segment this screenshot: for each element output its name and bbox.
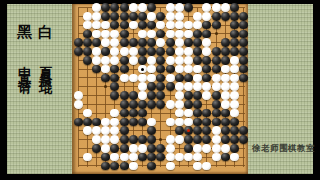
black-stone	[184, 38, 193, 47]
white-stone	[212, 74, 221, 83]
white-stone	[212, 144, 221, 153]
black-stone	[230, 38, 239, 47]
white-stone	[101, 65, 110, 74]
white-stone	[110, 47, 119, 56]
white-stone	[101, 126, 110, 135]
black-stone	[212, 118, 221, 127]
black-stone	[221, 135, 230, 144]
white-stone	[212, 126, 221, 135]
black-stone	[129, 91, 138, 100]
white-stone	[202, 162, 211, 171]
white-stone	[129, 3, 138, 12]
white-stone	[175, 47, 184, 56]
black-stone	[156, 144, 165, 153]
white-stone	[202, 144, 211, 153]
black-stone	[92, 118, 101, 127]
white-stone	[221, 74, 230, 83]
white-stone	[230, 65, 239, 74]
white-stone	[175, 82, 184, 91]
black-stone	[230, 135, 239, 144]
white-stone	[166, 30, 175, 39]
white-label: 白	[38, 24, 53, 39]
black-stone	[110, 82, 119, 91]
black-stone	[83, 118, 92, 127]
black-stone	[129, 109, 138, 118]
black-stone	[120, 38, 129, 47]
white-stone	[184, 30, 193, 39]
white-stone	[147, 65, 156, 74]
black-stone	[221, 118, 230, 127]
white-stone	[193, 162, 202, 171]
white-stone	[129, 144, 138, 153]
white-stone	[221, 144, 230, 153]
black-stone	[101, 153, 110, 162]
black-stone	[156, 74, 165, 83]
white-stone	[202, 91, 211, 100]
black-stone	[101, 3, 110, 12]
white-stone	[166, 12, 175, 21]
white-stone	[138, 82, 147, 91]
white-stone	[129, 56, 138, 65]
white-stone	[166, 21, 175, 30]
black-stone	[184, 74, 193, 83]
white-stone	[101, 118, 110, 127]
black-stone	[230, 21, 239, 30]
black-stone	[212, 91, 221, 100]
black-stone	[230, 30, 239, 39]
white-stone	[175, 109, 184, 118]
black-stone	[239, 65, 248, 74]
black-stone	[138, 12, 147, 21]
black-stone	[138, 153, 147, 162]
black-stone	[202, 30, 211, 39]
black-stone	[110, 74, 119, 83]
white-stone	[175, 38, 184, 47]
white-stone	[184, 65, 193, 74]
white-stone	[147, 118, 156, 127]
white-stone	[184, 21, 193, 30]
white-stone	[129, 162, 138, 171]
white-stone	[175, 3, 184, 12]
white-stone	[147, 30, 156, 39]
black-stone	[138, 21, 147, 30]
black-stone	[101, 162, 110, 171]
black-stone	[221, 126, 230, 135]
black-stone	[230, 12, 239, 21]
white-stone	[175, 100, 184, 109]
white-stone	[110, 30, 119, 39]
black-stone	[83, 56, 92, 65]
white-stone	[212, 135, 221, 144]
black-stone	[120, 30, 129, 39]
go-board[interactable]	[72, 4, 248, 174]
black-stone	[175, 74, 184, 83]
white-stone	[202, 3, 211, 12]
black-stone	[138, 56, 147, 65]
white-stone	[193, 21, 202, 30]
black-stone	[120, 65, 129, 74]
white-stone	[156, 38, 165, 47]
white-stone	[120, 74, 129, 83]
black-stone	[202, 21, 211, 30]
black-label: 黑	[17, 24, 32, 39]
white-stone	[129, 74, 138, 83]
white-stone	[138, 74, 147, 83]
black-stone	[120, 12, 129, 21]
black-stone	[138, 47, 147, 56]
white-stone	[221, 82, 230, 91]
white-stone	[230, 109, 239, 118]
black-stone	[239, 21, 248, 30]
black-stone	[175, 126, 184, 135]
black-stone	[156, 91, 165, 100]
white-stone	[193, 153, 202, 162]
black-stone	[239, 30, 248, 39]
black-stone	[120, 56, 129, 65]
black-stone	[120, 144, 129, 153]
black-stone	[221, 109, 230, 118]
black-stone	[166, 82, 175, 91]
white-stone	[83, 126, 92, 135]
black-stone	[110, 65, 119, 74]
black-stone	[221, 12, 230, 21]
white-stone	[120, 153, 129, 162]
white-stone	[129, 47, 138, 56]
white-stone	[147, 74, 156, 83]
white-stone	[184, 47, 193, 56]
black-stone	[110, 144, 119, 153]
white-stone	[166, 74, 175, 83]
black-stone	[184, 100, 193, 109]
white-stone	[74, 100, 83, 109]
white-stone	[230, 74, 239, 83]
white-stone	[110, 38, 119, 47]
black-stone	[239, 56, 248, 65]
black-stone	[202, 56, 211, 65]
black-stone	[212, 12, 221, 21]
white-stone	[74, 91, 83, 100]
black-stone	[120, 135, 129, 144]
black-stone	[92, 38, 101, 47]
black-stone	[156, 153, 165, 162]
black-stone	[129, 135, 138, 144]
classroom-watermark: 徐老师围棋教室	[252, 143, 315, 155]
black-stone	[147, 3, 156, 12]
black-stone	[230, 3, 239, 12]
white-stone	[193, 12, 202, 21]
white-stone	[175, 135, 184, 144]
black-stone	[129, 12, 138, 21]
black-stone	[239, 38, 248, 47]
white-stone	[101, 38, 110, 47]
black-stone	[230, 118, 239, 127]
white-player-column: 白 夏晨琨	[38, 24, 53, 76]
black-stone	[147, 153, 156, 162]
white-stone	[92, 21, 101, 30]
white-stone	[166, 153, 175, 162]
white-stone	[92, 47, 101, 56]
black-stone	[120, 162, 129, 171]
black-stone	[147, 100, 156, 109]
white-stone	[110, 153, 119, 162]
black-stone	[138, 100, 147, 109]
black-stone	[221, 47, 230, 56]
black-stone	[221, 56, 230, 65]
black-stone	[212, 100, 221, 109]
white-stone	[92, 30, 101, 39]
black-stone	[101, 74, 110, 83]
black-stone	[212, 65, 221, 74]
black-stone	[110, 3, 119, 12]
black-stone	[193, 109, 202, 118]
black-stone	[129, 100, 138, 109]
white-stone	[120, 47, 129, 56]
white-stone	[212, 82, 221, 91]
black-stone	[202, 118, 211, 127]
white-stone	[221, 91, 230, 100]
white-stone	[230, 82, 239, 91]
white-stone	[129, 153, 138, 162]
white-stone	[166, 162, 175, 171]
black-stone	[129, 118, 138, 127]
white-stone	[166, 144, 175, 153]
black-stone	[193, 47, 202, 56]
white-stone	[202, 82, 211, 91]
black-stone	[193, 118, 202, 127]
white-stone	[83, 12, 92, 21]
black-stone	[138, 135, 147, 144]
white-stone	[184, 56, 193, 65]
white-stone	[110, 126, 119, 135]
white-stone	[230, 56, 239, 65]
black-stone	[120, 118, 129, 127]
black-stone	[184, 91, 193, 100]
black-stone	[166, 65, 175, 74]
black-stone	[212, 109, 221, 118]
white-stone	[166, 118, 175, 127]
white-stone	[202, 47, 211, 56]
black-stone	[147, 91, 156, 100]
black-stone	[184, 3, 193, 12]
black-stone	[147, 144, 156, 153]
white-stone	[175, 118, 184, 127]
white-stone	[221, 65, 230, 74]
black-stone	[147, 135, 156, 144]
white-stone	[193, 144, 202, 153]
white-stone	[92, 3, 101, 12]
black-stone	[74, 118, 83, 127]
white-stone	[92, 56, 101, 65]
white-stone	[184, 109, 193, 118]
white-stone	[212, 3, 221, 12]
white-stone	[83, 21, 92, 30]
black-stone	[101, 47, 110, 56]
white-stone	[101, 56, 110, 65]
white-stone	[101, 135, 110, 144]
white-stone	[193, 65, 202, 74]
white-stone	[101, 21, 110, 30]
white-stone	[166, 100, 175, 109]
white-stone	[202, 12, 211, 21]
black-stone	[202, 109, 211, 118]
black-stone	[120, 126, 129, 135]
white-stone	[184, 153, 193, 162]
black-stone	[92, 144, 101, 153]
black-player-name: 申真谞	[18, 55, 32, 76]
black-stone	[129, 38, 138, 47]
star-point	[159, 138, 162, 141]
black-stone	[138, 109, 147, 118]
black-stone	[110, 162, 119, 171]
black-stone	[239, 126, 248, 135]
white-stone	[193, 74, 202, 83]
white-stone	[138, 3, 147, 12]
black-stone	[74, 38, 83, 47]
black-stone	[230, 47, 239, 56]
white-stone	[166, 3, 175, 12]
white-stone	[110, 135, 119, 144]
black-stone	[202, 65, 211, 74]
star-point	[104, 85, 107, 88]
white-stone	[83, 109, 92, 118]
white-stone	[138, 30, 147, 39]
black-stone	[83, 47, 92, 56]
black-stone	[202, 126, 211, 135]
black-stone	[202, 74, 211, 83]
capture-frame: 黑 申真谞 白 夏晨琨 徐老师围棋教室	[0, 0, 320, 180]
black-player-column: 黑 申真谞	[17, 24, 32, 76]
white-stone	[156, 21, 165, 30]
black-stone	[212, 56, 221, 65]
black-stone	[110, 21, 119, 30]
black-stone	[221, 153, 230, 162]
black-stone	[230, 126, 239, 135]
white-stone	[147, 56, 156, 65]
white-stone	[184, 82, 193, 91]
black-stone	[120, 109, 129, 118]
black-stone	[147, 126, 156, 135]
black-stone	[193, 30, 202, 39]
black-stone	[193, 126, 202, 135]
white-stone	[166, 56, 175, 65]
black-stone	[193, 56, 202, 65]
white-player-name: 夏晨琨	[39, 55, 53, 76]
last-move-marker	[141, 68, 144, 71]
white-stone	[138, 144, 147, 153]
black-stone	[193, 100, 202, 109]
white-stone	[110, 56, 119, 65]
white-stone	[175, 91, 184, 100]
black-stone	[110, 91, 119, 100]
black-stone	[166, 38, 175, 47]
black-stone	[156, 65, 165, 74]
white-stone	[221, 100, 230, 109]
black-stone	[147, 82, 156, 91]
black-stone	[156, 47, 165, 56]
black-stone	[147, 162, 156, 171]
white-stone	[138, 91, 147, 100]
white-stone	[230, 153, 239, 162]
white-stone	[166, 135, 175, 144]
black-stone	[74, 47, 83, 56]
black-stone	[239, 135, 248, 144]
black-stone	[239, 47, 248, 56]
white-stone	[175, 153, 184, 162]
black-stone	[83, 38, 92, 47]
black-stone	[120, 100, 129, 109]
black-stone	[110, 12, 119, 21]
black-stone	[138, 118, 147, 127]
white-stone	[101, 144, 110, 153]
black-stone	[166, 47, 175, 56]
white-stone	[175, 12, 184, 21]
black-stone	[193, 38, 202, 47]
white-stone	[221, 3, 230, 12]
black-stone	[239, 74, 248, 83]
black-stone	[156, 12, 165, 21]
white-stone	[175, 30, 184, 39]
white-stone	[230, 100, 239, 109]
black-stone	[230, 144, 239, 153]
white-stone	[193, 82, 202, 91]
white-stone	[175, 65, 184, 74]
white-stone	[110, 118, 119, 127]
black-stone	[120, 3, 129, 12]
black-stone	[156, 82, 165, 91]
black-stone	[156, 56, 165, 65]
black-stone	[184, 144, 193, 153]
white-stone	[92, 12, 101, 21]
black-stone	[83, 30, 92, 39]
black-stone	[212, 47, 221, 56]
white-stone	[175, 56, 184, 65]
white-stone	[212, 153, 221, 162]
black-stone	[147, 21, 156, 30]
white-stone	[92, 135, 101, 144]
black-stone	[193, 135, 202, 144]
black-stone	[138, 38, 147, 47]
black-stone	[120, 91, 129, 100]
white-stone	[101, 30, 110, 39]
black-stone	[147, 38, 156, 47]
black-stone	[193, 91, 202, 100]
white-stone	[230, 91, 239, 100]
black-stone	[156, 100, 165, 109]
white-stone	[110, 109, 119, 118]
black-stone	[120, 21, 129, 30]
black-stone	[147, 47, 156, 56]
white-stone	[202, 38, 211, 47]
white-stone	[92, 126, 101, 135]
grid-line-vertical	[78, 8, 79, 167]
black-stone	[221, 38, 230, 47]
black-stone	[202, 135, 211, 144]
black-stone	[184, 135, 193, 144]
white-stone	[129, 21, 138, 30]
white-stone	[184, 118, 193, 127]
black-stone	[239, 12, 248, 21]
black-stone	[101, 12, 110, 21]
black-stone	[212, 21, 221, 30]
black-stone	[156, 30, 165, 39]
white-stone	[175, 21, 184, 30]
white-stone	[83, 153, 92, 162]
black-stone	[92, 65, 101, 74]
white-stone	[147, 12, 156, 21]
